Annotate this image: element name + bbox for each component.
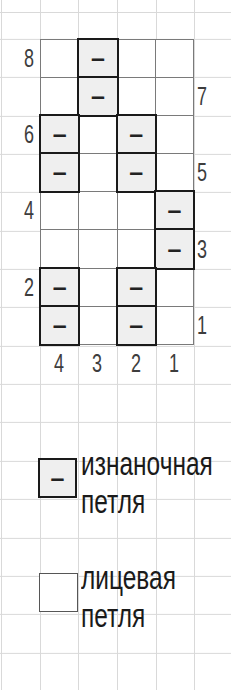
chart-cell-knit (118, 192, 155, 229)
row-label-2: 2 (12, 268, 34, 306)
row-label-4: 4 (12, 191, 34, 229)
purl-dash-icon: – (129, 160, 143, 185)
knit-legend-label: лицевая петля (81, 558, 176, 634)
purl-dash-icon: – (168, 237, 182, 262)
purl-legend-label-line2: петля (81, 482, 213, 520)
purl-dash-icon: – (129, 275, 143, 300)
chart-cell-knit (118, 40, 155, 77)
chart-cell-knit (156, 154, 193, 191)
chart-cell-purl: – (118, 269, 155, 306)
column-label-3: 3 (83, 345, 110, 382)
row-label-3: 3 (197, 230, 219, 268)
purl-legend-label-line1: изнаночная (81, 444, 213, 482)
chart-cell-purl: – (118, 307, 155, 344)
row-label-8: 8 (12, 39, 34, 77)
chart-cell-knit (156, 40, 193, 77)
chart-cell-knit (118, 230, 155, 267)
chart-cell-knit (79, 192, 116, 229)
purl-legend-swatch: – (38, 458, 77, 498)
chart-cell-knit (41, 192, 78, 229)
knitting-chart-grid: –––––––––––– (40, 39, 194, 345)
purl-dash-icon: – (129, 313, 143, 338)
row-label-6: 6 (12, 115, 34, 153)
chart-cell-knit (79, 230, 116, 267)
chart-cell-knit (79, 307, 116, 344)
chart-cell-knit (156, 116, 193, 153)
chart-cell-purl: – (156, 230, 193, 267)
chart-cell-purl: – (41, 269, 78, 306)
sheet-gridline-top (0, 12, 231, 13)
column-label-4: 4 (45, 345, 72, 382)
chart-cell-knit (41, 40, 78, 77)
chart-cell-knit (156, 307, 193, 344)
chart-cell-knit (79, 269, 116, 306)
chart-cell-purl: – (41, 116, 78, 153)
row-label-5: 5 (197, 153, 219, 191)
purl-dash-icon: – (51, 466, 65, 491)
chart-cell-knit (156, 269, 193, 306)
chart-cell-purl: – (156, 192, 193, 229)
chart-cell-purl: – (41, 154, 78, 191)
purl-dash-icon: – (53, 313, 67, 338)
column-label-1: 1 (160, 345, 187, 382)
purl-dash-icon: – (168, 198, 182, 223)
chart-cell-knit (41, 230, 78, 267)
knit-legend-swatch (39, 573, 78, 612)
purl-legend-label: изнаночная петля (81, 444, 213, 520)
purl-dash-icon: – (53, 160, 67, 185)
knit-legend-label-line1: лицевая (81, 558, 176, 596)
column-label-2: 2 (122, 345, 149, 382)
chart-cell-purl: – (118, 154, 155, 191)
purl-dash-icon: – (53, 275, 67, 300)
chart-cell-purl: – (79, 78, 116, 115)
knit-legend-label-line2: петля (81, 596, 176, 634)
row-label-7: 7 (197, 77, 219, 115)
purl-dash-icon: – (91, 84, 105, 109)
purl-dash-icon: – (129, 122, 143, 147)
purl-dash-icon: – (91, 46, 105, 71)
chart-cell-knit (156, 78, 193, 115)
purl-dash-icon: – (53, 122, 67, 147)
chart-cell-knit (79, 116, 116, 153)
chart-cell-knit (79, 154, 116, 191)
chart-cell-knit (41, 78, 78, 115)
chart-cell-purl: – (41, 307, 78, 344)
chart-cell-purl: – (79, 40, 116, 77)
chart-cell-purl: – (118, 116, 155, 153)
chart-cell-knit (118, 78, 155, 115)
row-label-1: 1 (197, 306, 219, 344)
